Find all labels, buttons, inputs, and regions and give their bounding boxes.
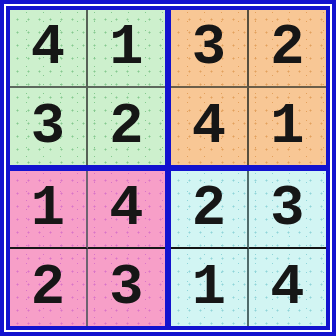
board-frame-gap: 4 1 3 2 3 2 4 1 1 4 2 3: [4, 4, 332, 332]
cell-r2c3[interactable]: 4: [171, 88, 249, 166]
cell-r2c1[interactable]: 3: [10, 88, 88, 166]
cell-r1c2[interactable]: 1: [88, 10, 166, 88]
cell-r2c2[interactable]: 2: [88, 88, 166, 166]
cell-r4c4[interactable]: 4: [249, 249, 327, 327]
cell-r4c2[interactable]: 3: [88, 249, 166, 327]
sudoku-board: 4 1 3 2 3 2 4 1 1 4 2 3: [10, 10, 326, 326]
cell-r1c4[interactable]: 2: [249, 10, 327, 88]
cell-r3c1[interactable]: 1: [10, 171, 88, 249]
cell-r3c4[interactable]: 3: [249, 171, 327, 249]
board-outer-frame: 4 1 3 2 3 2 4 1 1 4 2 3: [0, 0, 336, 336]
cell-r3c3[interactable]: 2: [171, 171, 249, 249]
cell-r1c1[interactable]: 4: [10, 10, 88, 88]
cell-r1c3[interactable]: 3: [171, 10, 249, 88]
cell-r4c3[interactable]: 1: [171, 249, 249, 327]
region-top-right: 3 2 4 1: [171, 10, 326, 165]
cell-r4c1[interactable]: 2: [10, 249, 88, 327]
region-bottom-right: 2 3 1 4: [171, 171, 326, 326]
region-bottom-left: 1 4 2 3: [10, 171, 165, 326]
board-inner-frame: 4 1 3 2 3 2 4 1 1 4 2 3: [6, 6, 330, 330]
cell-r3c2[interactable]: 4: [88, 171, 166, 249]
region-top-left: 4 1 3 2: [10, 10, 165, 165]
cell-r2c4[interactable]: 1: [249, 88, 327, 166]
